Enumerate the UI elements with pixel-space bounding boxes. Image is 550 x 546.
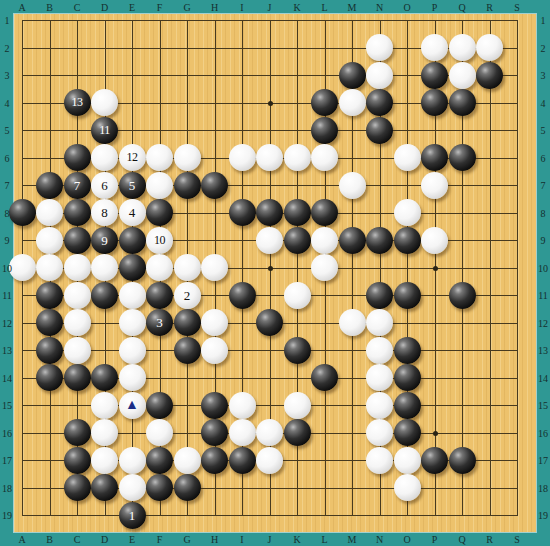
coord-label-left-9: 9 <box>5 235 10 246</box>
stone-I15[interactable] <box>229 392 256 419</box>
stone-B14[interactable] <box>36 364 63 391</box>
stone-O14[interactable] <box>394 364 421 391</box>
stone-N5[interactable] <box>366 117 393 144</box>
stone-F12[interactable]: 3 <box>146 309 173 336</box>
stone-P2[interactable] <box>421 34 448 61</box>
stone-J17[interactable] <box>256 447 283 474</box>
stone-C7[interactable]: 7 <box>64 172 91 199</box>
stone-F8[interactable] <box>146 199 173 226</box>
stone-C12[interactable] <box>64 309 91 336</box>
stone-O17[interactable] <box>394 447 421 474</box>
stone-N9[interactable] <box>366 227 393 254</box>
stone-E14[interactable] <box>119 364 146 391</box>
stone-D17[interactable] <box>91 447 118 474</box>
coord-label-left-18: 18 <box>2 482 12 493</box>
stone-B11[interactable] <box>36 282 63 309</box>
stone-G6[interactable] <box>174 144 201 171</box>
stone-F9[interactable]: 10 <box>146 227 173 254</box>
triangle-marker-icon: ▲ <box>119 392 146 418</box>
stone-I6[interactable] <box>229 144 256 171</box>
stone-D9[interactable]: 9 <box>91 227 118 254</box>
stone-I16[interactable] <box>229 419 256 446</box>
stone-P7[interactable] <box>421 172 448 199</box>
stone-L9[interactable] <box>311 227 338 254</box>
coord-label-top-J: J <box>268 2 272 13</box>
grid-line-horizontal <box>22 515 518 516</box>
stone-C16[interactable] <box>64 419 91 446</box>
stone-Q11[interactable] <box>449 282 476 309</box>
stone-N11[interactable] <box>366 282 393 309</box>
coord-label-bottom-A: A <box>18 534 25 545</box>
stone-G7[interactable] <box>174 172 201 199</box>
stone-F17[interactable] <box>146 447 173 474</box>
coord-label-left-6: 6 <box>5 152 10 163</box>
stone-C18[interactable] <box>64 474 91 501</box>
stone-I8[interactable] <box>229 199 256 226</box>
stone-K9[interactable] <box>284 227 311 254</box>
coord-label-top-O: O <box>403 2 410 13</box>
coord-label-right-1: 1 <box>541 15 546 26</box>
stone-M4[interactable] <box>339 89 366 116</box>
coord-label-left-7: 7 <box>5 180 10 191</box>
stone-K15[interactable] <box>284 392 311 419</box>
coord-label-top-M: M <box>348 2 357 13</box>
move-number: 5 <box>119 172 146 199</box>
stone-E13[interactable] <box>119 337 146 364</box>
stone-B9[interactable] <box>36 227 63 254</box>
stone-K6[interactable] <box>284 144 311 171</box>
stone-H13[interactable] <box>201 337 228 364</box>
stone-N12[interactable] <box>366 309 393 336</box>
stone-D4[interactable] <box>91 89 118 116</box>
stone-I17[interactable] <box>229 447 256 474</box>
stone-J8[interactable] <box>256 199 283 226</box>
stone-O9[interactable] <box>394 227 421 254</box>
coord-label-bottom-K: K <box>293 534 300 545</box>
stone-B8[interactable] <box>36 199 63 226</box>
coord-label-right-16: 16 <box>538 427 548 438</box>
stone-F10[interactable] <box>146 254 173 281</box>
move-number: 2 <box>174 282 201 309</box>
coord-label-right-4: 4 <box>541 97 546 108</box>
coord-label-right-13: 13 <box>538 345 548 356</box>
coord-label-right-19: 19 <box>538 510 548 521</box>
coord-label-left-11: 11 <box>2 290 12 301</box>
stone-F15[interactable] <box>146 392 173 419</box>
stone-H16[interactable] <box>201 419 228 446</box>
stone-O6[interactable] <box>394 144 421 171</box>
stone-F16[interactable] <box>146 419 173 446</box>
coord-label-right-12: 12 <box>538 317 548 328</box>
coord-label-right-2: 2 <box>541 42 546 53</box>
coord-label-right-10: 10 <box>538 262 548 273</box>
move-number: 6 <box>91 172 118 199</box>
stone-C11[interactable] <box>64 282 91 309</box>
stone-F18[interactable] <box>146 474 173 501</box>
stone-O18[interactable] <box>394 474 421 501</box>
stone-L14[interactable] <box>311 364 338 391</box>
coord-label-bottom-E: E <box>129 534 135 545</box>
coord-label-bottom-N: N <box>376 534 383 545</box>
coord-label-left-2: 2 <box>5 42 10 53</box>
stone-L10[interactable] <box>311 254 338 281</box>
stone-C13[interactable] <box>64 337 91 364</box>
coord-label-left-14: 14 <box>2 372 12 383</box>
stone-F11[interactable] <box>146 282 173 309</box>
coord-label-bottom-D: D <box>101 534 108 545</box>
stone-E6[interactable]: 12 <box>119 144 146 171</box>
move-number: 3 <box>146 309 173 336</box>
stone-M9[interactable] <box>339 227 366 254</box>
move-number: 12 <box>119 144 146 171</box>
coord-label-right-14: 14 <box>538 372 548 383</box>
stone-B12[interactable] <box>36 309 63 336</box>
coord-label-left-5: 5 <box>5 125 10 136</box>
stone-E19[interactable]: 1 <box>119 502 146 529</box>
stone-D18[interactable] <box>91 474 118 501</box>
coord-label-bottom-L: L <box>321 534 327 545</box>
stone-E10[interactable] <box>119 254 146 281</box>
stone-J16[interactable] <box>256 419 283 446</box>
stone-E8[interactable]: 4 <box>119 199 146 226</box>
stone-H12[interactable] <box>201 309 228 336</box>
stone-M3[interactable] <box>339 62 366 89</box>
stone-K13[interactable] <box>284 337 311 364</box>
coord-label-top-K: K <box>293 2 300 13</box>
stone-H17[interactable] <box>201 447 228 474</box>
coord-label-top-S: S <box>514 2 520 13</box>
stone-O11[interactable] <box>394 282 421 309</box>
grid-line-horizontal <box>22 350 518 351</box>
stone-C9[interactable] <box>64 227 91 254</box>
stone-E12[interactable] <box>119 309 146 336</box>
star-point <box>268 266 273 271</box>
coord-label-right-9: 9 <box>541 235 546 246</box>
coord-label-top-D: D <box>101 2 108 13</box>
stone-A8[interactable] <box>9 199 36 226</box>
coord-label-bottom-M: M <box>348 534 357 545</box>
stone-I11[interactable] <box>229 282 256 309</box>
coord-label-top-Q: Q <box>458 2 465 13</box>
stone-G17[interactable] <box>174 447 201 474</box>
star-point <box>268 101 273 106</box>
coord-label-top-F: F <box>157 2 163 13</box>
grid-line-vertical <box>490 20 491 516</box>
stone-E9[interactable] <box>119 227 146 254</box>
coord-label-right-6: 6 <box>541 152 546 163</box>
coord-label-left-3: 3 <box>5 70 10 81</box>
stone-K8[interactable] <box>284 199 311 226</box>
stone-D15[interactable] <box>91 392 118 419</box>
move-number: 11 <box>91 117 118 144</box>
coord-label-left-19: 19 <box>2 510 12 521</box>
coord-label-left-16: 16 <box>2 427 12 438</box>
stone-G10[interactable] <box>174 254 201 281</box>
stone-N14[interactable] <box>366 364 393 391</box>
coord-label-right-5: 5 <box>541 125 546 136</box>
stone-B13[interactable] <box>36 337 63 364</box>
stone-B7[interactable] <box>36 172 63 199</box>
stone-P9[interactable] <box>421 227 448 254</box>
coord-label-top-G: G <box>183 2 190 13</box>
stone-R3[interactable] <box>476 62 503 89</box>
coord-label-right-17: 17 <box>538 455 548 466</box>
coord-label-right-11: 11 <box>538 290 548 301</box>
stone-C10[interactable] <box>64 254 91 281</box>
coord-label-bottom-Q: Q <box>458 534 465 545</box>
coord-label-top-R: R <box>486 2 493 13</box>
coord-label-right-7: 7 <box>541 180 546 191</box>
coord-label-top-B: B <box>46 2 53 13</box>
move-number: 10 <box>146 227 173 254</box>
stone-O13[interactable] <box>394 337 421 364</box>
coord-label-top-P: P <box>432 2 438 13</box>
coord-label-bottom-P: P <box>432 534 438 545</box>
coord-label-left-15: 15 <box>2 400 12 411</box>
stone-R2[interactable] <box>476 34 503 61</box>
stone-J12[interactable] <box>256 309 283 336</box>
coord-label-left-10: 10 <box>2 262 12 273</box>
stone-D16[interactable] <box>91 419 118 446</box>
coord-label-left-17: 17 <box>2 455 12 466</box>
coord-label-bottom-S: S <box>514 534 520 545</box>
stone-O8[interactable] <box>394 199 421 226</box>
move-number: 7 <box>64 172 91 199</box>
move-number: 4 <box>119 199 146 226</box>
stone-F6[interactable] <box>146 144 173 171</box>
stone-N2[interactable] <box>366 34 393 61</box>
stone-A10[interactable] <box>9 254 36 281</box>
stone-J6[interactable] <box>256 144 283 171</box>
coord-label-left-4: 4 <box>5 97 10 108</box>
coord-label-top-C: C <box>74 2 81 13</box>
stone-D6[interactable] <box>91 144 118 171</box>
stone-N13[interactable] <box>366 337 393 364</box>
coord-label-bottom-J: J <box>268 534 272 545</box>
stone-N3[interactable] <box>366 62 393 89</box>
stone-P17[interactable] <box>421 447 448 474</box>
stone-G18[interactable] <box>174 474 201 501</box>
coord-label-bottom-R: R <box>486 534 493 545</box>
stone-F7[interactable] <box>146 172 173 199</box>
stone-B10[interactable] <box>36 254 63 281</box>
stone-D11[interactable] <box>91 282 118 309</box>
coord-label-bottom-B: B <box>46 534 53 545</box>
grid-line-vertical <box>517 20 518 516</box>
stone-L8[interactable] <box>311 199 338 226</box>
stone-H15[interactable] <box>201 392 228 419</box>
coord-label-top-H: H <box>211 2 218 13</box>
stone-P6[interactable] <box>421 144 448 171</box>
coord-label-top-L: L <box>321 2 327 13</box>
coord-label-right-8: 8 <box>541 207 546 218</box>
coord-label-right-15: 15 <box>538 400 548 411</box>
stone-D8[interactable]: 8 <box>91 199 118 226</box>
coord-label-bottom-F: F <box>157 534 163 545</box>
stone-N15[interactable] <box>366 392 393 419</box>
stone-C6[interactable] <box>64 144 91 171</box>
coord-label-bottom-H: H <box>211 534 218 545</box>
coord-label-bottom-I: I <box>240 534 243 545</box>
coord-label-top-I: I <box>240 2 243 13</box>
stone-D5[interactable]: 11 <box>91 117 118 144</box>
coord-label-bottom-O: O <box>403 534 410 545</box>
stone-O16[interactable] <box>394 419 421 446</box>
stone-G13[interactable] <box>174 337 201 364</box>
stone-O15[interactable] <box>394 392 421 419</box>
coord-label-left-8: 8 <box>5 207 10 218</box>
stone-N17[interactable] <box>366 447 393 474</box>
move-number: 13 <box>64 89 91 116</box>
coord-label-left-13: 13 <box>2 345 12 356</box>
stone-D10[interactable] <box>91 254 118 281</box>
stone-Q17[interactable] <box>449 447 476 474</box>
stone-E18[interactable] <box>119 474 146 501</box>
move-number: 8 <box>91 199 118 226</box>
stone-D14[interactable] <box>91 364 118 391</box>
stone-E11[interactable] <box>119 282 146 309</box>
stone-H10[interactable] <box>201 254 228 281</box>
stone-C4[interactable]: 13 <box>64 89 91 116</box>
stone-H7[interactable] <box>201 172 228 199</box>
stone-Q2[interactable] <box>449 34 476 61</box>
stone-N4[interactable] <box>366 89 393 116</box>
board-frame: 1311127658491023▲1AABBCCDDEEFFGGHHIIJJKK… <box>0 0 550 546</box>
coord-label-left-1: 1 <box>5 15 10 26</box>
coord-label-bottom-C: C <box>74 534 81 545</box>
stone-L4[interactable] <box>311 89 338 116</box>
coord-label-top-A: A <box>18 2 25 13</box>
stone-C17[interactable] <box>64 447 91 474</box>
stone-N16[interactable] <box>366 419 393 446</box>
star-point <box>433 431 438 436</box>
stone-L6[interactable] <box>311 144 338 171</box>
stone-P4[interactable] <box>421 89 448 116</box>
coord-label-right-3: 3 <box>541 70 546 81</box>
stone-D7[interactable]: 6 <box>91 172 118 199</box>
move-number: 9 <box>91 227 118 254</box>
stone-G11[interactable]: 2 <box>174 282 201 309</box>
coord-label-right-18: 18 <box>538 482 548 493</box>
stone-Q3[interactable] <box>449 62 476 89</box>
coord-label-left-12: 12 <box>2 317 12 328</box>
coord-label-top-N: N <box>376 2 383 13</box>
stone-K16[interactable] <box>284 419 311 446</box>
stone-E17[interactable] <box>119 447 146 474</box>
stone-K11[interactable] <box>284 282 311 309</box>
stone-M7[interactable] <box>339 172 366 199</box>
stone-Q4[interactable] <box>449 89 476 116</box>
stone-Q6[interactable] <box>449 144 476 171</box>
coord-label-bottom-G: G <box>183 534 190 545</box>
stone-E7[interactable]: 5 <box>119 172 146 199</box>
stone-E15[interactable]: ▲ <box>119 392 146 419</box>
stone-M12[interactable] <box>339 309 366 336</box>
stone-J9[interactable] <box>256 227 283 254</box>
stone-C14[interactable] <box>64 364 91 391</box>
star-point <box>433 266 438 271</box>
stone-P3[interactable] <box>421 62 448 89</box>
move-number: 1 <box>119 502 146 529</box>
stone-C8[interactable] <box>64 199 91 226</box>
stone-L5[interactable] <box>311 117 338 144</box>
stone-G12[interactable] <box>174 309 201 336</box>
coord-label-top-E: E <box>129 2 135 13</box>
